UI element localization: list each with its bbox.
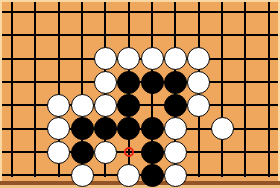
board-point[interactable] — [24, 117, 47, 140]
board-point[interactable] — [24, 0, 47, 23]
board-point[interactable] — [24, 70, 47, 93]
board-point[interactable] — [24, 24, 47, 47]
board-point[interactable] — [187, 70, 210, 93]
board-point[interactable] — [24, 164, 47, 187]
board-points — [0, 0, 280, 187]
board-point[interactable] — [70, 140, 93, 163]
board-point[interactable] — [117, 70, 140, 93]
board-point[interactable] — [117, 0, 140, 23]
board-point[interactable] — [164, 94, 187, 117]
black-stone — [117, 71, 140, 94]
board-point[interactable] — [210, 164, 233, 187]
white-stone — [71, 94, 94, 117]
white-stone — [94, 141, 117, 164]
white-stone — [47, 117, 70, 140]
white-stone — [211, 117, 234, 140]
black-stone — [164, 71, 187, 94]
board-point[interactable] — [0, 117, 23, 140]
white-stone — [94, 47, 117, 70]
board-point[interactable] — [140, 140, 163, 163]
board-point[interactable] — [24, 140, 47, 163]
board-point[interactable] — [257, 47, 280, 70]
board-point[interactable] — [210, 94, 233, 117]
white-stone — [47, 141, 70, 164]
board-point[interactable] — [187, 164, 210, 187]
board-point[interactable] — [140, 164, 163, 187]
board-point[interactable] — [94, 164, 117, 187]
white-stone — [187, 47, 210, 70]
white-stone — [94, 71, 117, 94]
board-point[interactable] — [164, 24, 187, 47]
board-point[interactable] — [70, 94, 93, 117]
white-stone — [187, 71, 210, 94]
board-point[interactable] — [164, 164, 187, 187]
board-point[interactable] — [70, 117, 93, 140]
board-point[interactable] — [24, 94, 47, 117]
white-stone — [117, 47, 140, 70]
board-point[interactable] — [234, 140, 257, 163]
board-point[interactable] — [257, 24, 280, 47]
board-point[interactable] — [47, 117, 70, 140]
black-stone — [71, 141, 94, 164]
white-stone — [164, 117, 187, 140]
black-stone — [117, 94, 140, 117]
board-point[interactable] — [0, 0, 23, 23]
board-point[interactable] — [117, 24, 140, 47]
board-point[interactable] — [94, 140, 117, 163]
board-point[interactable] — [234, 24, 257, 47]
go-board — [0, 0, 280, 188]
board-point[interactable] — [47, 70, 70, 93]
board-point[interactable] — [117, 47, 140, 70]
board-point[interactable] — [0, 94, 23, 117]
board-point[interactable] — [257, 0, 280, 23]
black-stone — [94, 117, 117, 140]
board-point[interactable] — [117, 140, 140, 163]
board-point[interactable] — [70, 24, 93, 47]
board-point[interactable] — [24, 47, 47, 70]
black-stone — [71, 117, 94, 140]
board-point[interactable] — [164, 140, 187, 163]
board-point[interactable] — [234, 164, 257, 187]
board-point[interactable] — [257, 140, 280, 163]
board-point[interactable] — [234, 0, 257, 23]
board-point[interactable] — [210, 47, 233, 70]
board-point[interactable] — [70, 0, 93, 23]
black-stone — [117, 117, 140, 140]
board-point[interactable] — [0, 164, 23, 187]
board-point[interactable] — [140, 70, 163, 93]
board-point[interactable] — [0, 70, 23, 93]
board-point[interactable] — [94, 0, 117, 23]
board-point[interactable] — [257, 117, 280, 140]
board-point[interactable] — [0, 24, 23, 47]
board-point[interactable] — [94, 94, 117, 117]
board-point[interactable] — [47, 94, 70, 117]
white-stone — [117, 164, 140, 187]
black-stone — [164, 94, 187, 117]
board-point[interactable] — [187, 140, 210, 163]
board-point[interactable] — [47, 24, 70, 47]
board-point[interactable] — [257, 70, 280, 93]
board-point[interactable] — [94, 70, 117, 93]
board-point[interactable] — [210, 70, 233, 93]
board-point[interactable] — [164, 47, 187, 70]
board-point[interactable] — [234, 94, 257, 117]
board-point[interactable] — [94, 47, 117, 70]
board-point[interactable] — [140, 94, 163, 117]
black-stone — [141, 71, 164, 94]
white-stone — [164, 141, 187, 164]
board-point[interactable] — [164, 70, 187, 93]
board-point[interactable] — [164, 0, 187, 23]
board-point[interactable] — [117, 94, 140, 117]
board-point[interactable] — [210, 140, 233, 163]
black-stone — [141, 164, 164, 187]
board-point[interactable] — [140, 117, 163, 140]
black-stone — [141, 141, 164, 164]
red-circle-marker — [124, 147, 134, 157]
board-point[interactable] — [94, 24, 117, 47]
board-point[interactable] — [210, 24, 233, 47]
board-point[interactable] — [0, 47, 23, 70]
board-point[interactable] — [187, 47, 210, 70]
white-stone — [141, 47, 164, 70]
board-point[interactable] — [234, 47, 257, 70]
board-point[interactable] — [140, 47, 163, 70]
board-point[interactable] — [140, 24, 163, 47]
board-point[interactable] — [187, 0, 210, 23]
board-point[interactable] — [164, 117, 187, 140]
board-point[interactable] — [234, 117, 257, 140]
board-point[interactable] — [0, 140, 23, 163]
black-stone — [141, 117, 164, 140]
board-point[interactable] — [234, 70, 257, 93]
board-point[interactable] — [70, 70, 93, 93]
board-point[interactable] — [47, 0, 70, 23]
board-point[interactable] — [70, 47, 93, 70]
board-point[interactable] — [70, 164, 93, 187]
board-point[interactable] — [47, 47, 70, 70]
board-point[interactable] — [94, 117, 117, 140]
board-point[interactable] — [257, 164, 280, 187]
board-point[interactable] — [187, 94, 210, 117]
white-stone — [164, 47, 187, 70]
white-stone — [47, 94, 70, 117]
board-point[interactable] — [210, 117, 233, 140]
board-point[interactable] — [117, 117, 140, 140]
board-point[interactable] — [117, 164, 140, 187]
white-stone — [187, 94, 210, 117]
white-stone — [164, 164, 187, 187]
board-point[interactable] — [140, 0, 163, 23]
board-point[interactable] — [210, 0, 233, 23]
board-point[interactable] — [47, 164, 70, 187]
white-stone — [71, 164, 94, 187]
board-point[interactable] — [257, 94, 280, 117]
white-stone — [94, 94, 117, 117]
board-point[interactable] — [187, 24, 210, 47]
board-point[interactable] — [187, 117, 210, 140]
board-point[interactable] — [47, 140, 70, 163]
